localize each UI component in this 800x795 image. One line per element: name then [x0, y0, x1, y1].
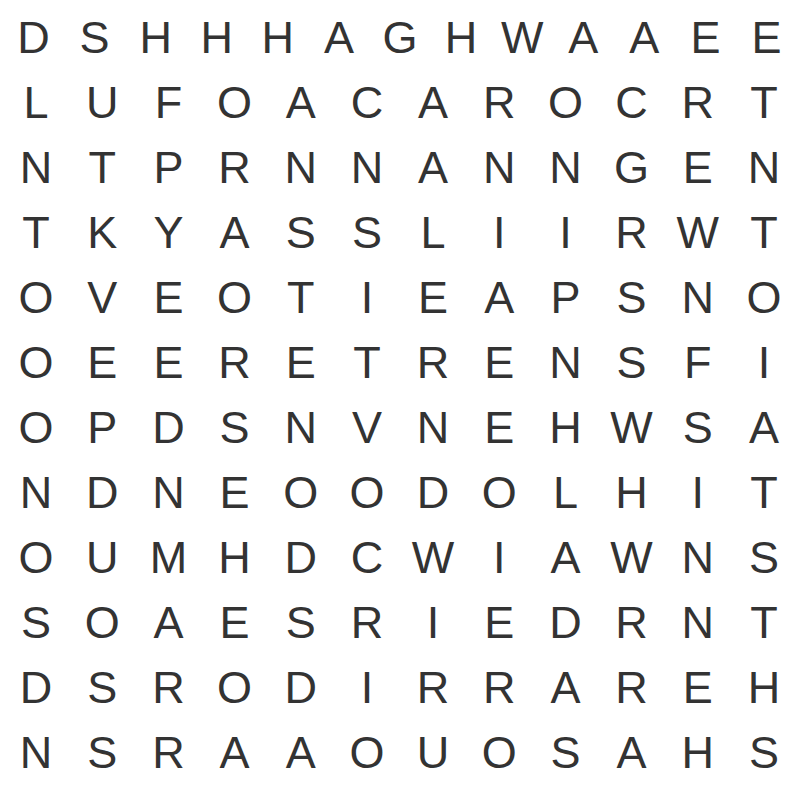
grid-cell[interactable]: N — [268, 145, 334, 190]
grid-cell[interactable]: N — [400, 405, 466, 450]
grid-cell[interactable]: D — [135, 405, 201, 450]
grid-cell[interactable]: C — [334, 535, 400, 580]
grid-cell[interactable]: N — [268, 405, 334, 450]
grid-cell[interactable]: O — [466, 470, 532, 515]
grid-cell[interactable]: D — [69, 470, 135, 515]
grid-row: DSHHHAGHWAAEE — [3, 5, 797, 70]
grid-cell[interactable]: I — [334, 275, 400, 320]
grid-cell[interactable]: T — [334, 340, 400, 385]
grid-cell[interactable]: I — [731, 340, 797, 385]
grid-cell[interactable]: N — [532, 145, 598, 190]
grid-cell[interactable]: F — [135, 80, 201, 125]
grid-cell[interactable]: H — [598, 470, 664, 515]
grid-cell[interactable]: O — [3, 340, 69, 385]
grid-cell[interactable]: A — [553, 15, 614, 60]
grid-row: TKYASSLIIRWT — [3, 200, 797, 265]
grid-cell[interactable]: A — [268, 80, 334, 125]
grid-cell[interactable]: N — [665, 535, 731, 580]
grid-cell[interactable]: A — [532, 535, 598, 580]
grid-cell[interactable]: E — [665, 665, 731, 710]
grid-cell[interactable]: D — [268, 665, 334, 710]
grid-cell[interactable]: R — [466, 80, 532, 125]
grid-cell[interactable]: V — [69, 275, 135, 320]
grid-row: SOAESRIEDRNT — [3, 590, 797, 655]
grid-cell[interactable]: O — [201, 665, 267, 710]
grid-cell[interactable]: R — [334, 600, 400, 645]
grid-cell[interactable]: H — [532, 405, 598, 450]
grid-row: OUMHDCWIAWNS — [3, 525, 797, 590]
grid-cell[interactable]: S — [268, 210, 334, 255]
grid-cell[interactable]: A — [400, 145, 466, 190]
grid-cell[interactable]: R — [135, 665, 201, 710]
word-search-board: DSHHHAGHWAAEELUFOACAROCRTNTPRNNANNGENTKY… — [0, 0, 800, 795]
grid-cell[interactable]: O — [334, 730, 400, 775]
grid-cell[interactable]: M — [135, 535, 201, 580]
grid-cell[interactable]: O — [3, 275, 69, 320]
grid-cell[interactable]: E — [135, 275, 201, 320]
grid-cell[interactable]: G — [598, 145, 664, 190]
grid-cell[interactable]: R — [665, 80, 731, 125]
grid-cell[interactable]: N — [334, 145, 400, 190]
grid-cell[interactable]: W — [492, 15, 553, 60]
grid-cell[interactable]: H — [201, 535, 267, 580]
grid-cell[interactable]: E — [268, 340, 334, 385]
grid-cell[interactable]: R — [400, 340, 466, 385]
grid-cell[interactable]: R — [598, 665, 664, 710]
grid-cell[interactable]: H — [125, 15, 186, 60]
grid-cell[interactable]: V — [334, 405, 400, 450]
grid-cell[interactable]: H — [431, 15, 492, 60]
grid-cell[interactable]: K — [69, 210, 135, 255]
grid-cell[interactable]: N — [731, 145, 797, 190]
grid-cell[interactable]: O — [69, 600, 135, 645]
grid-row: OPDSNVNEHWSA — [3, 395, 797, 460]
grid-cell[interactable]: A — [598, 730, 664, 775]
grid-cell[interactable]: S — [64, 15, 125, 60]
grid-cell[interactable]: O — [3, 405, 69, 450]
grid-cell[interactable]: A — [201, 730, 267, 775]
grid-cell[interactable]: E — [466, 340, 532, 385]
grid-cell[interactable]: I — [532, 210, 598, 255]
grid-cell[interactable]: O — [334, 470, 400, 515]
grid-cell[interactable]: U — [69, 80, 135, 125]
grid-cell[interactable]: L — [400, 210, 466, 255]
grid-cell[interactable]: S — [201, 405, 267, 450]
grid-cell[interactable]: S — [598, 340, 664, 385]
grid-cell[interactable]: N — [3, 730, 69, 775]
grid-cell[interactable]: R — [466, 665, 532, 710]
grid-cell[interactable]: N — [466, 145, 532, 190]
grid-cell[interactable]: W — [598, 405, 664, 450]
grid-cell[interactable]: S — [268, 600, 334, 645]
grid-cell[interactable]: N — [3, 470, 69, 515]
grid-cell[interactable]: W — [400, 535, 466, 580]
grid-cell[interactable]: S — [334, 210, 400, 255]
grid-cell[interactable]: I — [466, 535, 532, 580]
grid-cell[interactable]: U — [400, 730, 466, 775]
grid-cell[interactable]: R — [201, 145, 267, 190]
grid-cell[interactable]: L — [3, 80, 69, 125]
grid-cell[interactable]: I — [466, 210, 532, 255]
grid-cell[interactable]: E — [201, 600, 267, 645]
grid-cell[interactable]: W — [598, 535, 664, 580]
grid-cell[interactable]: T — [731, 80, 797, 125]
grid-row: NSRAAOUOSAHS — [3, 720, 797, 785]
grid-cell[interactable]: A — [308, 15, 369, 60]
grid-cell[interactable]: D — [3, 15, 64, 60]
grid-cell[interactable]: P — [532, 275, 598, 320]
grid-cell[interactable]: R — [135, 730, 201, 775]
grid-cell[interactable]: O — [3, 535, 69, 580]
grid-cell[interactable]: R — [598, 600, 664, 645]
grid-cell[interactable]: H — [665, 730, 731, 775]
grid-cell[interactable]: E — [665, 145, 731, 190]
grid-cell[interactable]: C — [334, 80, 400, 125]
grid-cell[interactable]: O — [731, 275, 797, 320]
grid-cell[interactable]: Y — [135, 210, 201, 255]
grid-cell[interactable]: N — [135, 470, 201, 515]
grid-cell[interactable]: T — [69, 145, 135, 190]
grid-cell[interactable]: P — [69, 405, 135, 450]
grid-cell[interactable]: W — [665, 210, 731, 255]
grid-cell[interactable]: A — [532, 665, 598, 710]
grid-row: OEERETRENSFI — [3, 330, 797, 395]
grid-cell[interactable]: E — [675, 15, 736, 60]
grid-cell[interactable]: L — [532, 470, 598, 515]
grid-cell[interactable]: D — [400, 470, 466, 515]
grid-cell[interactable]: E — [466, 600, 532, 645]
grid-cell[interactable]: C — [598, 80, 664, 125]
grid-cell[interactable]: S — [532, 730, 598, 775]
grid-row: NDNEOODOLHIT — [3, 460, 797, 525]
grid-cell[interactable]: A — [268, 730, 334, 775]
grid-cell[interactable]: R — [598, 210, 664, 255]
grid-cell[interactable]: O — [201, 275, 267, 320]
grid-row: LUFOACAROCRT — [3, 70, 797, 135]
grid-cell[interactable]: H — [247, 15, 308, 60]
grid-cell[interactable]: T — [3, 210, 69, 255]
grid-cell[interactable]: N — [3, 145, 69, 190]
grid-cell[interactable]: I — [334, 665, 400, 710]
grid-cell[interactable]: R — [400, 665, 466, 710]
grid-cell[interactable]: G — [369, 15, 430, 60]
grid-cell[interactable]: S — [731, 535, 797, 580]
grid-cell[interactable]: S — [69, 730, 135, 775]
grid-cell[interactable]: S — [731, 730, 797, 775]
grid-cell[interactable]: D — [3, 665, 69, 710]
grid-cell[interactable]: S — [3, 600, 69, 645]
grid-cell[interactable]: E — [466, 405, 532, 450]
grid-cell[interactable]: D — [532, 600, 598, 645]
grid-cell[interactable]: T — [731, 600, 797, 645]
grid-cell[interactable]: S — [665, 405, 731, 450]
grid-cell[interactable]: A — [466, 275, 532, 320]
grid-cell[interactable]: E — [400, 275, 466, 320]
grid-cell[interactable]: A — [731, 405, 797, 450]
grid-cell[interactable]: T — [731, 210, 797, 255]
grid-cell[interactable]: A — [614, 15, 675, 60]
grid-cell[interactable]: O — [201, 80, 267, 125]
grid-cell[interactable]: N — [532, 340, 598, 385]
grid-cell[interactable]: H — [731, 665, 797, 710]
grid-cell[interactable]: F — [665, 340, 731, 385]
grid-cell[interactable]: H — [186, 15, 247, 60]
grid-cell[interactable]: O — [466, 730, 532, 775]
grid-cell[interactable]: E — [201, 470, 267, 515]
grid-cell[interactable]: N — [665, 275, 731, 320]
grid-cell[interactable]: O — [268, 470, 334, 515]
grid-row: OVEOTIEAPSNO — [3, 265, 797, 330]
grid-cell[interactable]: I — [400, 600, 466, 645]
grid-cell[interactable]: T — [268, 275, 334, 320]
grid-cell[interactable]: A — [135, 600, 201, 645]
grid-cell[interactable]: E — [69, 340, 135, 385]
grid-cell[interactable]: U — [69, 535, 135, 580]
grid-cell[interactable]: T — [731, 470, 797, 515]
grid-cell[interactable]: S — [598, 275, 664, 320]
grid-cell[interactable]: O — [532, 80, 598, 125]
grid-row: DSRODIRRAREH — [3, 655, 797, 720]
grid-cell[interactable]: P — [135, 145, 201, 190]
grid-cell[interactable]: D — [268, 535, 334, 580]
grid-cell[interactable]: N — [665, 600, 731, 645]
grid-cell[interactable]: I — [665, 470, 731, 515]
grid-cell[interactable]: A — [400, 80, 466, 125]
grid-cell[interactable]: A — [201, 210, 267, 255]
grid-cell[interactable]: E — [135, 340, 201, 385]
grid-cell[interactable]: R — [201, 340, 267, 385]
grid-cell[interactable]: E — [736, 15, 797, 60]
grid-row: NTPRNNANNGEN — [3, 135, 797, 200]
grid-cell[interactable]: S — [69, 665, 135, 710]
